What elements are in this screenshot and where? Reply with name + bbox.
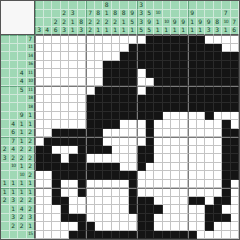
grid-cell-filled[interactable] (231, 61, 240, 70)
grid-cell-filled[interactable] (214, 205, 223, 214)
grid-cell-empty[interactable] (86, 35, 95, 44)
grid-cell-filled[interactable] (129, 180, 138, 189)
grid-cell-empty[interactable] (171, 214, 180, 223)
grid-cell-empty[interactable] (78, 112, 87, 121)
grid-cell-empty[interactable] (205, 197, 214, 206)
grid-cell-empty[interactable] (52, 78, 61, 87)
grid-cell-empty[interactable] (163, 214, 172, 223)
grid-cell-empty[interactable] (180, 214, 189, 223)
grid-cell-filled[interactable] (205, 69, 214, 78)
grid-cell-empty[interactable] (35, 222, 44, 231)
grid-cell-filled[interactable] (188, 78, 197, 87)
grid-cell-empty[interactable] (231, 180, 240, 189)
grid-cell-empty[interactable] (52, 61, 61, 70)
grid-cell-empty[interactable] (180, 146, 189, 155)
grid-cell-empty[interactable] (69, 120, 78, 129)
grid-cell-filled[interactable] (146, 120, 155, 129)
grid-cell-empty[interactable] (231, 214, 240, 223)
grid-cell-filled[interactable] (86, 129, 95, 138)
grid-cell-empty[interactable] (171, 154, 180, 163)
grid-cell-empty[interactable] (44, 231, 53, 240)
grid-cell-empty[interactable] (137, 137, 146, 146)
grid-cell-empty[interactable] (171, 222, 180, 231)
grid-cell-empty[interactable] (44, 197, 53, 206)
grid-cell-empty[interactable] (205, 231, 214, 240)
grid-cell-filled[interactable] (137, 197, 146, 206)
grid-cell-filled[interactable] (163, 44, 172, 53)
grid-cell-empty[interactable] (231, 222, 240, 231)
grid-cell-empty[interactable] (231, 35, 240, 44)
grid-cell-filled[interactable] (44, 137, 53, 146)
grid-cell-empty[interactable] (44, 86, 53, 95)
grid-cell-empty[interactable] (35, 61, 44, 70)
grid-cell-filled[interactable] (95, 231, 104, 240)
grid-cell-filled[interactable] (86, 163, 95, 172)
grid-cell-filled[interactable] (137, 163, 146, 172)
grid-cell-empty[interactable] (95, 188, 104, 197)
grid-cell-filled[interactable] (197, 95, 206, 104)
grid-cell-filled[interactable] (214, 44, 223, 53)
grid-cell-filled[interactable] (112, 112, 121, 121)
grid-cell-filled[interactable] (103, 69, 112, 78)
grid-cell-empty[interactable] (154, 137, 163, 146)
grid-cell-empty[interactable] (95, 205, 104, 214)
grid-cell-filled[interactable] (163, 52, 172, 61)
grid-cell-empty[interactable] (205, 120, 214, 129)
grid-cell-empty[interactable] (231, 120, 240, 129)
grid-cell-empty[interactable] (112, 35, 121, 44)
grid-cell-empty[interactable] (86, 44, 95, 53)
grid-cell-empty[interactable] (154, 222, 163, 231)
grid-cell-empty[interactable] (44, 61, 53, 70)
grid-cell-filled[interactable] (112, 103, 121, 112)
grid-cell-filled[interactable] (205, 214, 214, 223)
grid-cell-filled[interactable] (137, 154, 146, 163)
grid-cell-empty[interactable] (171, 163, 180, 172)
grid-cell-empty[interactable] (103, 44, 112, 53)
grid-cell-empty[interactable] (44, 44, 53, 53)
grid-cell-filled[interactable] (154, 52, 163, 61)
grid-cell-empty[interactable] (35, 35, 44, 44)
grid-cell-empty[interactable] (197, 112, 206, 121)
grid-cell-empty[interactable] (231, 231, 240, 240)
grid-cell-filled[interactable] (120, 61, 129, 70)
grid-cell-empty[interactable] (95, 214, 104, 223)
grid-cell-filled[interactable] (78, 222, 87, 231)
grid-cell-empty[interactable] (61, 112, 70, 121)
grid-cell-filled[interactable] (61, 129, 70, 138)
grid-cell-filled[interactable] (188, 231, 197, 240)
grid-cell-filled[interactable] (61, 214, 70, 223)
grid-cell-filled[interactable] (86, 146, 95, 155)
grid-cell-empty[interactable] (35, 197, 44, 206)
grid-cell-filled[interactable] (214, 95, 223, 104)
grid-cell-empty[interactable] (188, 205, 197, 214)
grid-cell-empty[interactable] (69, 188, 78, 197)
grid-cell-empty[interactable] (171, 197, 180, 206)
grid-cell-empty[interactable] (188, 120, 197, 129)
grid-cell-empty[interactable] (52, 52, 61, 61)
grid-cell-empty[interactable] (180, 197, 189, 206)
grid-cell-filled[interactable] (146, 69, 155, 78)
grid-cell-empty[interactable] (86, 154, 95, 163)
grid-cell-filled[interactable] (146, 137, 155, 146)
grid-cell-filled[interactable] (222, 137, 231, 146)
grid-cell-filled[interactable] (95, 137, 104, 146)
grid-cell-empty[interactable] (188, 112, 197, 121)
grid-cell-empty[interactable] (103, 154, 112, 163)
grid-cell-filled[interactable] (112, 69, 121, 78)
grid-cell-filled[interactable] (222, 197, 231, 206)
grid-cell-empty[interactable] (35, 171, 44, 180)
grid-cell-filled[interactable] (44, 163, 53, 172)
grid-cell-empty[interactable] (120, 222, 129, 231)
grid-cell-empty[interactable] (78, 120, 87, 129)
grid-cell-empty[interactable] (163, 188, 172, 197)
grid-cell-empty[interactable] (171, 129, 180, 138)
grid-cell-empty[interactable] (61, 120, 70, 129)
grid-cell-filled[interactable] (44, 146, 53, 155)
grid-cell-filled[interactable] (137, 214, 146, 223)
grid-cell-empty[interactable] (35, 95, 44, 104)
grid-cell-empty[interactable] (197, 129, 206, 138)
grid-cell-empty[interactable] (197, 180, 206, 189)
grid-cell-empty[interactable] (154, 188, 163, 197)
grid-cell-filled[interactable] (120, 231, 129, 240)
grid-cell-filled[interactable] (188, 86, 197, 95)
grid-cell-empty[interactable] (95, 69, 104, 78)
grid-cell-filled[interactable] (154, 69, 163, 78)
grid-cell-empty[interactable] (95, 197, 104, 206)
grid-cell-filled[interactable] (78, 154, 87, 163)
grid-cell-empty[interactable] (103, 52, 112, 61)
grid-cell-empty[interactable] (137, 69, 146, 78)
grid-cell-filled[interactable] (78, 214, 87, 223)
grid-cell-filled[interactable] (86, 95, 95, 104)
grid-cell-filled[interactable] (222, 69, 231, 78)
grid-cell-empty[interactable] (95, 154, 104, 163)
grid-cell-filled[interactable] (112, 171, 121, 180)
grid-cell-filled[interactable] (103, 120, 112, 129)
grid-cell-filled[interactable] (78, 163, 87, 172)
grid-cell-empty[interactable] (188, 180, 197, 189)
grid-cell-filled[interactable] (120, 78, 129, 87)
grid-cell-filled[interactable] (137, 112, 146, 121)
grid-cell-filled[interactable] (137, 61, 146, 70)
grid-cell-filled[interactable] (52, 129, 61, 138)
grid-cell-filled[interactable] (35, 154, 44, 163)
grid-cell-empty[interactable] (103, 137, 112, 146)
grid-cell-empty[interactable] (69, 69, 78, 78)
grid-cell-empty[interactable] (61, 180, 70, 189)
grid-cell-filled[interactable] (180, 61, 189, 70)
grid-cell-filled[interactable] (171, 61, 180, 70)
grid-cell-filled[interactable] (69, 171, 78, 180)
grid-cell-empty[interactable] (231, 44, 240, 53)
grid-cell-filled[interactable] (222, 188, 231, 197)
grid-cell-filled[interactable] (205, 222, 214, 231)
grid-cell-empty[interactable] (103, 35, 112, 44)
grid-cell-empty[interactable] (214, 129, 223, 138)
grid-cell-empty[interactable] (61, 146, 70, 155)
grid-cell-empty[interactable] (197, 214, 206, 223)
grid-cell-filled[interactable] (171, 103, 180, 112)
grid-cell-empty[interactable] (214, 188, 223, 197)
grid-cell-filled[interactable] (146, 103, 155, 112)
grid-cell-filled[interactable] (120, 52, 129, 61)
grid-cell-filled[interactable] (205, 205, 214, 214)
grid-cell-filled[interactable] (231, 154, 240, 163)
grid-cell-filled[interactable] (120, 112, 129, 121)
grid-cell-empty[interactable] (129, 214, 138, 223)
grid-cell-empty[interactable] (146, 188, 155, 197)
grid-cell-filled[interactable] (146, 95, 155, 104)
grid-cell-filled[interactable] (163, 231, 172, 240)
grid-cell-empty[interactable] (112, 137, 121, 146)
grid-cell-filled[interactable] (69, 163, 78, 172)
grid-cell-empty[interactable] (78, 78, 87, 87)
grid-cell-empty[interactable] (52, 120, 61, 129)
grid-cell-empty[interactable] (44, 214, 53, 223)
grid-cell-filled[interactable] (146, 222, 155, 231)
grid-cell-empty[interactable] (171, 205, 180, 214)
grid-cell-empty[interactable] (86, 61, 95, 70)
grid-cell-empty[interactable] (44, 205, 53, 214)
grid-cell-empty[interactable] (69, 95, 78, 104)
grid-cell-empty[interactable] (214, 120, 223, 129)
grid-cell-filled[interactable] (95, 129, 104, 138)
grid-cell-empty[interactable] (188, 146, 197, 155)
grid-cell-filled[interactable] (188, 69, 197, 78)
grid-cell-empty[interactable] (180, 120, 189, 129)
grid-cell-filled[interactable] (231, 171, 240, 180)
grid-cell-filled[interactable] (129, 69, 138, 78)
grid-cell-empty[interactable] (129, 35, 138, 44)
grid-cell-empty[interactable] (44, 78, 53, 87)
grid-cell-empty[interactable] (52, 35, 61, 44)
grid-cell-filled[interactable] (180, 35, 189, 44)
grid-cell-empty[interactable] (146, 180, 155, 189)
grid-cell-empty[interactable] (171, 180, 180, 189)
grid-cell-filled[interactable] (205, 78, 214, 87)
grid-cell-empty[interactable] (35, 52, 44, 61)
grid-cell-empty[interactable] (171, 171, 180, 180)
grid-cell-empty[interactable] (69, 52, 78, 61)
grid-cell-filled[interactable] (222, 171, 231, 180)
grid-cell-filled[interactable] (222, 214, 231, 223)
grid-cell-filled[interactable] (69, 129, 78, 138)
grid-cell-empty[interactable] (103, 129, 112, 138)
grid-cell-filled[interactable] (171, 86, 180, 95)
grid-cell-filled[interactable] (197, 61, 206, 70)
grid-cell-filled[interactable] (129, 205, 138, 214)
grid-cell-filled[interactable] (222, 61, 231, 70)
grid-cell-empty[interactable] (214, 154, 223, 163)
grid-cell-empty[interactable] (205, 171, 214, 180)
grid-cell-filled[interactable] (146, 154, 155, 163)
grid-cell-empty[interactable] (52, 44, 61, 53)
grid-cell-filled[interactable] (103, 163, 112, 172)
grid-cell-empty[interactable] (120, 154, 129, 163)
grid-cell-filled[interactable] (222, 120, 231, 129)
grid-cell-filled[interactable] (231, 52, 240, 61)
grid-cell-filled[interactable] (163, 95, 172, 104)
grid-cell-empty[interactable] (120, 35, 129, 44)
grid-cell-filled[interactable] (222, 103, 231, 112)
grid-cell-empty[interactable] (231, 112, 240, 121)
grid-cell-empty[interactable] (112, 222, 121, 231)
grid-cell-filled[interactable] (180, 78, 189, 87)
grid-cell-empty[interactable] (154, 214, 163, 223)
grid-cell-filled[interactable] (231, 137, 240, 146)
grid-cell-filled[interactable] (197, 44, 206, 53)
grid-cell-empty[interactable] (78, 61, 87, 70)
grid-cell-filled[interactable] (78, 146, 87, 155)
grid-cell-empty[interactable] (35, 231, 44, 240)
grid-cell-filled[interactable] (214, 78, 223, 87)
grid-cell-empty[interactable] (112, 180, 121, 189)
grid-cell-filled[interactable] (205, 95, 214, 104)
grid-cell-empty[interactable] (120, 137, 129, 146)
grid-cell-filled[interactable] (163, 86, 172, 95)
grid-cell-filled[interactable] (231, 86, 240, 95)
grid-cell-filled[interactable] (205, 61, 214, 70)
grid-cell-empty[interactable] (44, 129, 53, 138)
grid-cell-empty[interactable] (154, 171, 163, 180)
grid-cell-filled[interactable] (103, 112, 112, 121)
grid-cell-filled[interactable] (197, 69, 206, 78)
grid-cell-filled[interactable] (205, 86, 214, 95)
grid-cell-filled[interactable] (214, 86, 223, 95)
grid-cell-empty[interactable] (52, 86, 61, 95)
grid-cell-filled[interactable] (103, 171, 112, 180)
grid-cell-empty[interactable] (44, 35, 53, 44)
grid-cell-filled[interactable] (180, 86, 189, 95)
grid-cell-empty[interactable] (163, 137, 172, 146)
grid-cell-filled[interactable] (146, 86, 155, 95)
grid-cell-filled[interactable] (180, 52, 189, 61)
grid-cell-filled[interactable] (180, 103, 189, 112)
grid-cell-empty[interactable] (120, 197, 129, 206)
grid-cell-filled[interactable] (180, 95, 189, 104)
grid-cell-empty[interactable] (214, 163, 223, 172)
grid-cell-filled[interactable] (69, 154, 78, 163)
grid-cell-empty[interactable] (214, 146, 223, 155)
grid-cell-empty[interactable] (197, 163, 206, 172)
grid-cell-empty[interactable] (129, 146, 138, 155)
grid-cell-empty[interactable] (120, 205, 129, 214)
grid-cell-empty[interactable] (44, 103, 53, 112)
grid-cell-filled[interactable] (171, 95, 180, 104)
grid-cell-filled[interactable] (146, 52, 155, 61)
grid-cell-filled[interactable] (163, 103, 172, 112)
grid-cell-empty[interactable] (112, 44, 121, 53)
grid-cell-filled[interactable] (154, 78, 163, 87)
grid-cell-empty[interactable] (205, 129, 214, 138)
grid-cell-filled[interactable] (171, 231, 180, 240)
grid-cell-empty[interactable] (69, 35, 78, 44)
grid-cell-empty[interactable] (61, 231, 70, 240)
grid-cell-empty[interactable] (137, 180, 146, 189)
grid-cell-filled[interactable] (103, 86, 112, 95)
grid-cell-filled[interactable] (163, 69, 172, 78)
grid-cell-filled[interactable] (154, 95, 163, 104)
grid-cell-empty[interactable] (112, 52, 121, 61)
grid-cell-filled[interactable] (129, 44, 138, 53)
grid-cell-filled[interactable] (197, 35, 206, 44)
grid-cell-empty[interactable] (180, 163, 189, 172)
grid-cell-empty[interactable] (214, 112, 223, 121)
grid-cell-empty[interactable] (129, 154, 138, 163)
grid-cell-filled[interactable] (205, 112, 214, 121)
grid-cell-empty[interactable] (35, 86, 44, 95)
grid-cell-filled[interactable] (222, 163, 231, 172)
grid-cell-filled[interactable] (61, 205, 70, 214)
grid-cell-empty[interactable] (197, 205, 206, 214)
grid-cell-empty[interactable] (103, 188, 112, 197)
grid-cell-filled[interactable] (222, 95, 231, 104)
grid-cell-filled[interactable] (163, 61, 172, 70)
grid-cell-filled[interactable] (214, 52, 223, 61)
grid-cell-empty[interactable] (120, 146, 129, 155)
grid-cell-empty[interactable] (78, 52, 87, 61)
grid-cell-empty[interactable] (137, 120, 146, 129)
grid-cell-filled[interactable] (146, 146, 155, 155)
grid-cell-empty[interactable] (129, 137, 138, 146)
grid-cell-empty[interactable] (197, 137, 206, 146)
grid-cell-filled[interactable] (205, 103, 214, 112)
grid-cell-empty[interactable] (61, 95, 70, 104)
grid-cell-filled[interactable] (129, 231, 138, 240)
grid-cell-empty[interactable] (35, 214, 44, 223)
grid-cell-empty[interactable] (188, 137, 197, 146)
grid-cell-empty[interactable] (154, 129, 163, 138)
grid-cell-filled[interactable] (112, 95, 121, 104)
grid-cell-filled[interactable] (188, 95, 197, 104)
grid-cell-empty[interactable] (171, 188, 180, 197)
grid-cell-empty[interactable] (78, 95, 87, 104)
grid-cell-empty[interactable] (129, 163, 138, 172)
grid-cell-empty[interactable] (52, 103, 61, 112)
grid-cell-filled[interactable] (222, 146, 231, 155)
grid-cell-empty[interactable] (86, 69, 95, 78)
grid-cell-filled[interactable] (35, 146, 44, 155)
grid-cell-filled[interactable] (78, 231, 87, 240)
grid-cell-filled[interactable] (137, 222, 146, 231)
grid-cell-empty[interactable] (146, 78, 155, 87)
grid-cell-filled[interactable] (214, 214, 223, 223)
grid-cell-filled[interactable] (103, 95, 112, 104)
grid-cell-empty[interactable] (44, 188, 53, 197)
grid-cell-empty[interactable] (231, 197, 240, 206)
grid-cell-empty[interactable] (69, 180, 78, 189)
grid-cell-filled[interactable] (222, 154, 231, 163)
grid-cell-empty[interactable] (61, 61, 70, 70)
grid-cell-filled[interactable] (120, 171, 129, 180)
grid-cell-empty[interactable] (44, 180, 53, 189)
grid-cell-empty[interactable] (146, 171, 155, 180)
grid-cell-filled[interactable] (103, 146, 112, 155)
grid-cell-filled[interactable] (154, 86, 163, 95)
grid-cell-empty[interactable] (146, 163, 155, 172)
grid-cell-empty[interactable] (205, 137, 214, 146)
grid-cell-filled[interactable] (197, 103, 206, 112)
grid-cell-empty[interactable] (214, 231, 223, 240)
grid-cell-filled[interactable] (120, 95, 129, 104)
grid-cell-filled[interactable] (103, 103, 112, 112)
grid-cell-empty[interactable] (35, 120, 44, 129)
grid-cell-filled[interactable] (137, 205, 146, 214)
